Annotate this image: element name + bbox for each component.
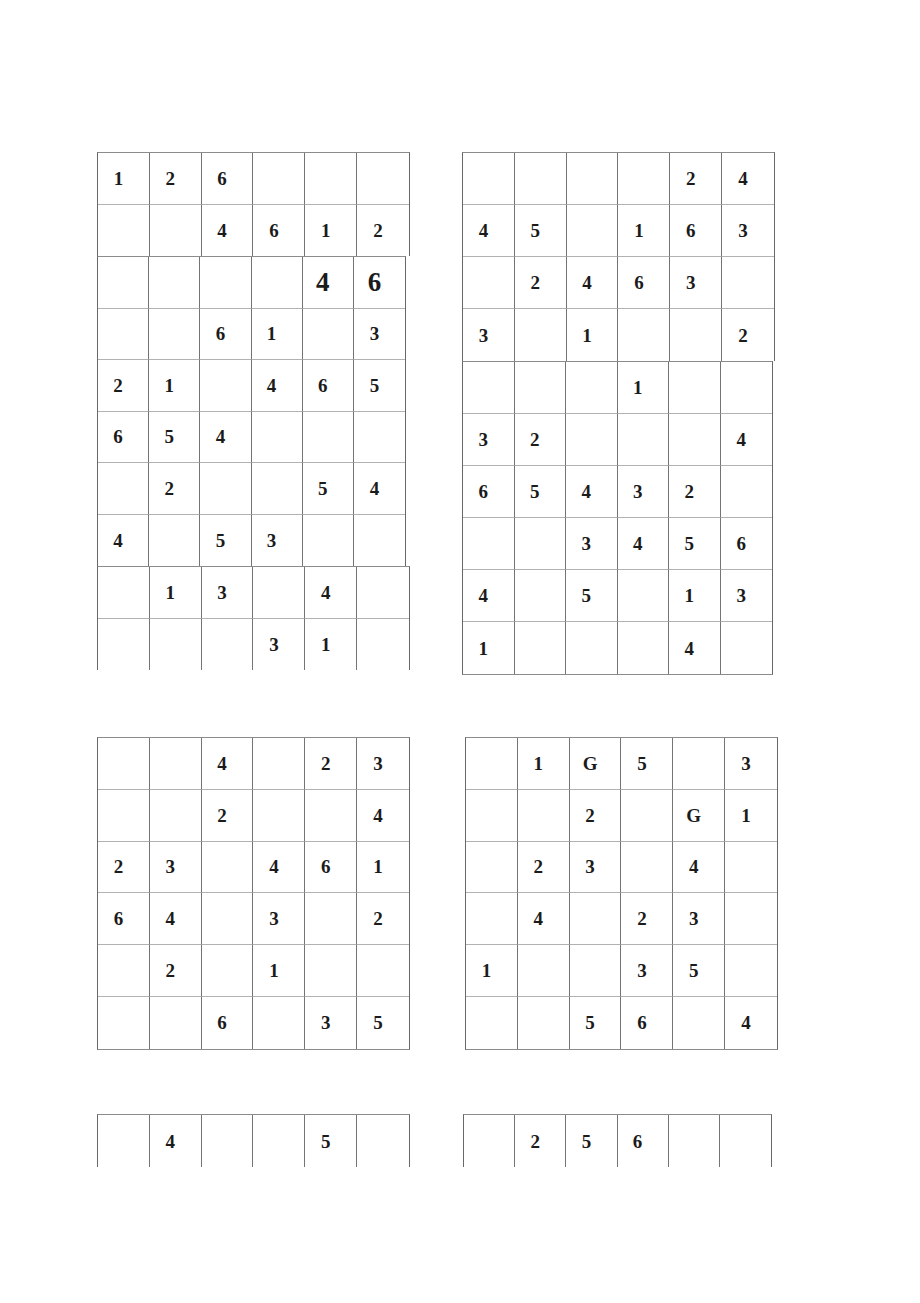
- given-cell: 2: [98, 842, 150, 894]
- empty-cell[interactable]: [567, 205, 619, 257]
- given-cell: 2: [305, 738, 357, 790]
- empty-cell[interactable]: [252, 412, 303, 464]
- empty-cell[interactable]: [618, 153, 670, 205]
- given-cell: 3: [725, 738, 777, 790]
- empty-cell[interactable]: [98, 309, 149, 361]
- given-cell: 4: [202, 205, 254, 257]
- given-cell: 2: [570, 790, 622, 842]
- cell-digit: 5: [582, 1132, 592, 1151]
- given-cell: 2: [202, 790, 254, 842]
- empty-cell[interactable]: [149, 515, 200, 567]
- empty-cell[interactable]: [721, 622, 773, 674]
- empty-cell[interactable]: [357, 945, 409, 997]
- empty-cell[interactable]: [566, 414, 618, 466]
- given-cell: 2: [621, 893, 673, 945]
- empty-cell[interactable]: [253, 567, 305, 619]
- empty-cell[interactable]: [149, 257, 200, 309]
- given-cell: 1: [618, 362, 670, 414]
- empty-cell[interactable]: [98, 945, 150, 997]
- given-cell: 3: [673, 893, 725, 945]
- empty-cell[interactable]: [149, 309, 200, 361]
- given-cell: 2: [515, 257, 567, 309]
- cell-digit: 3: [267, 531, 277, 550]
- empty-cell[interactable]: [466, 842, 518, 894]
- cell-digit: 1: [269, 961, 279, 980]
- cell-digit: 1: [533, 754, 543, 773]
- given-cell: 5: [305, 1115, 357, 1167]
- given-cell: 4: [722, 153, 774, 205]
- given-cell: 2: [357, 893, 409, 945]
- cell-digit: 4: [738, 169, 748, 188]
- middle-left-grid: 4232423461643221635: [97, 737, 410, 1050]
- cell-digit: 3: [370, 324, 380, 343]
- empty-cell[interactable]: [253, 153, 305, 205]
- cell-digit: 4: [370, 479, 380, 498]
- grid-segment: 4661321465654254453: [97, 256, 406, 566]
- given-cell: 5: [621, 738, 673, 790]
- cell-digit: 2: [113, 376, 123, 395]
- empty-cell[interactable]: [464, 1115, 515, 1167]
- empty-cell[interactable]: [253, 997, 305, 1049]
- cell-digit: 5: [164, 427, 174, 446]
- cell-digit: 6: [737, 534, 747, 553]
- given-cell: 4: [252, 360, 303, 412]
- given-cell: 3: [721, 570, 773, 622]
- empty-cell[interactable]: [515, 153, 567, 205]
- cell-digit: 5: [582, 586, 592, 605]
- empty-cell[interactable]: [618, 570, 670, 622]
- given-cell: 6: [253, 205, 305, 257]
- top-right-grid: 244516324633121324654323456451314: [462, 152, 775, 675]
- empty-cell[interactable]: [303, 309, 354, 361]
- grid-segment: 45: [97, 1114, 410, 1167]
- empty-cell[interactable]: [305, 893, 357, 945]
- given-cell: 2: [357, 205, 409, 257]
- cell-digit: 4: [689, 857, 699, 876]
- empty-cell[interactable]: [252, 463, 303, 515]
- given-cell: 4: [357, 790, 409, 842]
- cell-digit: 3: [689, 909, 699, 928]
- given-cell: 1: [669, 570, 721, 622]
- cell-digit: 6: [217, 169, 227, 188]
- given-cell: 3: [354, 309, 405, 361]
- given-cell: 2: [518, 842, 570, 894]
- given-cell: 1: [725, 790, 777, 842]
- cell-digit: 4: [479, 586, 489, 605]
- empty-cell[interactable]: [518, 997, 570, 1049]
- given-cell: 5: [515, 466, 567, 518]
- given-cell: 1: [567, 309, 619, 361]
- cell-digit: 3: [479, 326, 489, 345]
- given-cell: 3: [618, 466, 670, 518]
- given-cell: 1: [518, 738, 570, 790]
- given-cell: 6: [621, 997, 673, 1049]
- given-cell: 5: [515, 205, 567, 257]
- empty-cell[interactable]: [725, 893, 777, 945]
- given-cell: 1: [618, 205, 670, 257]
- cell-digit: 2: [321, 754, 331, 773]
- given-cell: 6: [618, 1115, 669, 1167]
- cell-digit: 2: [530, 1132, 540, 1151]
- empty-cell[interactable]: [202, 945, 254, 997]
- empty-cell[interactable]: [725, 842, 777, 894]
- given-cell: 1: [305, 619, 357, 671]
- cell-digit: 3: [741, 754, 751, 773]
- empty-cell[interactable]: [98, 257, 149, 309]
- worksheet-page: 1264612466132146565425445313431244516324…: [0, 0, 920, 1303]
- empty-cell[interactable]: [253, 1115, 305, 1167]
- empty-cell[interactable]: [669, 362, 721, 414]
- empty-cell[interactable]: [673, 738, 725, 790]
- empty-cell[interactable]: [150, 790, 202, 842]
- empty-cell[interactable]: [618, 309, 670, 361]
- cell-digit: 4: [165, 1132, 175, 1151]
- cell-digit: 1: [165, 583, 175, 602]
- cell-digit: 1: [114, 169, 124, 188]
- given-cell: 1: [305, 205, 357, 257]
- empty-cell[interactable]: [621, 790, 673, 842]
- given-cell: 2: [669, 466, 721, 518]
- given-cell: 6: [98, 412, 149, 464]
- grid-segment: 1G532G1234423135564: [465, 737, 778, 1050]
- empty-cell[interactable]: [463, 518, 515, 570]
- given-cell: 4: [566, 466, 618, 518]
- empty-cell[interactable]: [515, 518, 567, 570]
- cell-digit: 1: [479, 639, 489, 658]
- empty-cell[interactable]: [466, 790, 518, 842]
- cell-digit: 4: [267, 376, 277, 395]
- given-cell: 4: [354, 463, 405, 515]
- cell-digit: 4: [633, 534, 643, 553]
- cell-digit: 2: [114, 857, 124, 876]
- empty-cell[interactable]: [720, 1115, 771, 1167]
- given-cell: 4: [518, 893, 570, 945]
- empty-cell[interactable]: [463, 362, 515, 414]
- grid-segment: 24451632463312: [462, 152, 775, 361]
- given-cell: 3: [252, 515, 303, 567]
- cell-digit: 2: [530, 273, 540, 292]
- empty-cell[interactable]: [466, 997, 518, 1049]
- empty-cell[interactable]: [566, 362, 618, 414]
- given-cell: 3: [150, 842, 202, 894]
- cell-digit: 4: [373, 806, 383, 825]
- given-cell: 2: [149, 463, 200, 515]
- cell-digit: 4: [321, 583, 331, 602]
- given-cell: 5: [149, 412, 200, 464]
- given-cell: 3: [463, 414, 515, 466]
- cell-digit: 5: [530, 221, 540, 240]
- given-cell: 3: [253, 619, 305, 671]
- empty-cell[interactable]: [98, 619, 150, 671]
- grid-segment: 13431: [97, 566, 410, 670]
- cell-digit: 2: [533, 857, 543, 876]
- cell-digit: G: [583, 754, 598, 773]
- given-cell: 5: [673, 945, 725, 997]
- cell-digit: 1: [321, 635, 331, 654]
- given-cell: 4: [463, 205, 515, 257]
- given-cell: 4: [725, 997, 777, 1049]
- cell-digit: 4: [113, 531, 123, 550]
- cell-digit: 2: [217, 806, 227, 825]
- empty-cell[interactable]: [98, 738, 150, 790]
- cell-digit: 6: [479, 482, 489, 501]
- cell-digit: 2: [373, 221, 383, 240]
- given-cell: 4: [303, 257, 354, 309]
- given-cell: 6: [670, 205, 722, 257]
- given-cell: 3: [463, 309, 515, 361]
- cell-digit: 6: [633, 1132, 643, 1151]
- given-cell: 3: [621, 945, 673, 997]
- given-cell: 3: [253, 893, 305, 945]
- given-cell: 4: [202, 738, 254, 790]
- cell-digit: 4: [741, 1013, 751, 1032]
- empty-cell[interactable]: [721, 466, 773, 518]
- given-cell: 6: [200, 309, 251, 361]
- given-cell: 1: [150, 567, 202, 619]
- cell-digit: 5: [585, 1013, 595, 1032]
- cell-digit: 2: [530, 430, 540, 449]
- given-cell: 5: [566, 570, 618, 622]
- empty-cell[interactable]: [463, 153, 515, 205]
- cell-digit: 2: [373, 909, 383, 928]
- empty-cell[interactable]: [518, 790, 570, 842]
- empty-cell[interactable]: [98, 1115, 150, 1167]
- given-cell: 1: [253, 945, 305, 997]
- given-cell: 3: [202, 567, 254, 619]
- given-cell: 6: [618, 257, 670, 309]
- empty-cell[interactable]: [202, 1115, 254, 1167]
- grid-segment: 1264612: [97, 152, 410, 256]
- empty-cell[interactable]: [98, 567, 150, 619]
- given-cell: 3: [305, 997, 357, 1049]
- empty-cell[interactable]: [515, 622, 567, 674]
- cell-digit: 5: [689, 961, 699, 980]
- given-cell: 6: [721, 518, 773, 570]
- given-cell: 2: [150, 945, 202, 997]
- empty-cell[interactable]: [202, 619, 254, 671]
- top-left-grid: 1264612466132146565425445313431: [97, 152, 410, 670]
- empty-cell[interactable]: [98, 997, 150, 1049]
- cell-digit: 4: [533, 909, 543, 928]
- given-cell: 5: [303, 463, 354, 515]
- empty-cell[interactable]: [98, 205, 150, 257]
- empty-cell[interactable]: [98, 463, 149, 515]
- cell-digit: 3: [582, 534, 592, 553]
- cell-digit: 5: [373, 1013, 383, 1032]
- empty-cell[interactable]: [357, 1115, 409, 1167]
- empty-cell[interactable]: [725, 945, 777, 997]
- grid-segment: 4232423461643221635: [97, 737, 410, 1050]
- given-cell: 2: [150, 153, 202, 205]
- cell-digit: 2: [637, 909, 647, 928]
- cell-digit: 1: [321, 221, 331, 240]
- cell-digit: 3: [165, 857, 175, 876]
- empty-cell[interactable]: [200, 463, 251, 515]
- bottom-left-grid: 45: [97, 1114, 410, 1167]
- empty-cell[interactable]: [150, 619, 202, 671]
- cell-digit: 3: [373, 754, 383, 773]
- given-cell: G: [570, 738, 622, 790]
- cell-digit: 6: [368, 269, 382, 296]
- cell-digit: 3: [479, 430, 489, 449]
- empty-cell[interactable]: [252, 257, 303, 309]
- given-cell: 4: [567, 257, 619, 309]
- middle-right-grid: 1G532G1234423135564: [465, 737, 778, 1050]
- given-cell: 4: [618, 518, 670, 570]
- given-cell: 5: [200, 515, 251, 567]
- empty-cell[interactable]: [303, 412, 354, 464]
- given-cell: 2: [670, 153, 722, 205]
- given-cell: 4: [150, 1115, 202, 1167]
- empty-cell[interactable]: [669, 1115, 720, 1167]
- given-cell: 6: [303, 360, 354, 412]
- given-cell: 2: [515, 1115, 566, 1167]
- given-cell: 6: [305, 842, 357, 894]
- empty-cell[interactable]: [357, 153, 409, 205]
- cell-digit: G: [686, 806, 701, 825]
- cell-digit: 2: [686, 169, 696, 188]
- empty-cell[interactable]: [566, 622, 618, 674]
- empty-cell[interactable]: [200, 257, 251, 309]
- empty-cell[interactable]: [303, 515, 354, 567]
- given-cell: 5: [354, 360, 405, 412]
- cell-digit: 4: [217, 221, 227, 240]
- cell-digit: 3: [637, 961, 647, 980]
- cell-digit: 3: [269, 909, 279, 928]
- cell-digit: 4: [479, 221, 489, 240]
- cell-digit: 4: [582, 273, 592, 292]
- cell-digit: 3: [269, 635, 279, 654]
- given-cell: 4: [669, 622, 721, 674]
- cell-digit: 1: [741, 806, 751, 825]
- empty-cell[interactable]: [357, 567, 409, 619]
- given-cell: 2: [722, 309, 774, 361]
- cell-digit: 3: [686, 273, 696, 292]
- empty-cell[interactable]: [354, 515, 405, 567]
- cell-digit: 5: [321, 1132, 331, 1151]
- given-cell: 4: [673, 842, 725, 894]
- empty-cell[interactable]: [463, 257, 515, 309]
- empty-cell[interactable]: [253, 790, 305, 842]
- cell-digit: 6: [637, 1013, 647, 1032]
- given-cell: 4: [150, 893, 202, 945]
- empty-cell[interactable]: [618, 622, 670, 674]
- given-cell: 5: [566, 1115, 617, 1167]
- given-cell: 5: [669, 518, 721, 570]
- cell-digit: 4: [685, 639, 695, 658]
- empty-cell[interactable]: [357, 619, 409, 671]
- given-cell: 3: [722, 205, 774, 257]
- given-cell: 6: [354, 257, 405, 309]
- given-cell: 4: [98, 515, 149, 567]
- given-cell: 1: [252, 309, 303, 361]
- given-cell: 3: [357, 738, 409, 790]
- empty-cell[interactable]: [722, 257, 774, 309]
- empty-cell[interactable]: [354, 412, 405, 464]
- cell-digit: 6: [217, 1013, 227, 1032]
- empty-cell[interactable]: [721, 362, 773, 414]
- empty-cell[interactable]: [150, 205, 202, 257]
- given-cell: 6: [98, 893, 150, 945]
- given-cell: G: [673, 790, 725, 842]
- cell-digit: 2: [685, 482, 695, 501]
- cell-digit: 6: [321, 857, 331, 876]
- given-cell: 1: [357, 842, 409, 894]
- cell-digit: 1: [685, 586, 695, 605]
- empty-cell[interactable]: [98, 790, 150, 842]
- cell-digit: 2: [164, 479, 174, 498]
- empty-cell[interactable]: [618, 414, 670, 466]
- empty-cell[interactable]: [673, 997, 725, 1049]
- empty-cell[interactable]: [518, 945, 570, 997]
- cell-digit: 6: [216, 324, 226, 343]
- cell-digit: 6: [686, 221, 696, 240]
- cell-digit: 3: [585, 857, 595, 876]
- bottom-right-grid: 256: [463, 1114, 772, 1167]
- empty-cell[interactable]: [150, 738, 202, 790]
- empty-cell[interactable]: [670, 309, 722, 361]
- empty-cell[interactable]: [253, 738, 305, 790]
- empty-cell[interactable]: [200, 360, 251, 412]
- cell-digit: 1: [634, 221, 644, 240]
- cell-digit: 6: [114, 909, 124, 928]
- cell-digit: 3: [738, 221, 748, 240]
- cell-digit: 2: [585, 806, 595, 825]
- given-cell: 1: [466, 945, 518, 997]
- cell-digit: 2: [165, 961, 175, 980]
- empty-cell[interactable]: [621, 842, 673, 894]
- empty-cell[interactable]: [567, 153, 619, 205]
- given-cell: 4: [200, 412, 251, 464]
- cell-digit: 4: [737, 430, 747, 449]
- given-cell: 4: [463, 570, 515, 622]
- cell-digit: 3: [633, 482, 643, 501]
- cell-digit: 3: [737, 586, 747, 605]
- cell-digit: 3: [217, 583, 227, 602]
- given-cell: 1: [149, 360, 200, 412]
- empty-cell[interactable]: [515, 362, 567, 414]
- cell-digit: 2: [165, 169, 175, 188]
- cell-digit: 5: [530, 482, 540, 501]
- empty-cell[interactable]: [466, 893, 518, 945]
- empty-cell[interactable]: [202, 842, 254, 894]
- given-cell: 2: [98, 360, 149, 412]
- empty-cell[interactable]: [305, 790, 357, 842]
- given-cell: 6: [202, 153, 254, 205]
- given-cell: 3: [566, 518, 618, 570]
- cell-digit: 5: [637, 754, 647, 773]
- empty-cell[interactable]: [202, 893, 254, 945]
- empty-cell[interactable]: [515, 309, 567, 361]
- cell-digit: 1: [482, 961, 492, 980]
- empty-cell[interactable]: [570, 893, 622, 945]
- empty-cell[interactable]: [515, 570, 567, 622]
- empty-cell[interactable]: [305, 153, 357, 205]
- empty-cell[interactable]: [669, 414, 721, 466]
- given-cell: 3: [570, 842, 622, 894]
- given-cell: 5: [570, 997, 622, 1049]
- given-cell: 1: [98, 153, 150, 205]
- empty-cell[interactable]: [466, 738, 518, 790]
- empty-cell[interactable]: [150, 997, 202, 1049]
- given-cell: 4: [721, 414, 773, 466]
- empty-cell[interactable]: [305, 945, 357, 997]
- cell-digit: 4: [316, 269, 330, 296]
- empty-cell[interactable]: [570, 945, 622, 997]
- cell-digit: 1: [164, 376, 174, 395]
- cell-digit: 6: [634, 273, 644, 292]
- given-cell: 3: [670, 257, 722, 309]
